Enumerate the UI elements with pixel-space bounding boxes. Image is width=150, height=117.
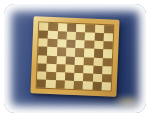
chessboard-photo [4,4,146,113]
board-grid [36,21,115,91]
page: { "game": "chess", "scene": "overhead ph… [0,0,150,117]
photo-corner-reflection [112,94,144,110]
square-f1 [83,81,93,90]
square-g1 [92,82,102,91]
square-e1 [74,81,84,90]
square-d1 [64,80,74,89]
square-b1 [46,80,56,89]
square-c1 [55,80,65,89]
chess-board [30,16,119,97]
square-h1 [101,82,111,91]
square-a1 [37,79,47,88]
